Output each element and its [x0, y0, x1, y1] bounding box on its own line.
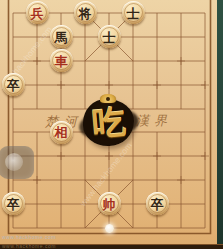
piece-black-卒[interactable]: 卒	[2, 192, 25, 215]
piece-black-士[interactable]: 士	[122, 1, 145, 24]
piece-red-車[interactable]: 車	[50, 49, 73, 72]
xiangqi-game-screen: 楚河 漢界 www.hackhome.com www.hackhome.com …	[0, 0, 223, 249]
piece-red-兵[interactable]: 兵	[26, 1, 49, 24]
watermark-bottom-1: www.hackhome.com	[2, 234, 56, 240]
screen-edge-right	[217, 0, 223, 249]
assistive-touch-button[interactable]	[0, 146, 34, 179]
piece-red-帅[interactable]: 帅	[98, 192, 121, 215]
piece-black-将[interactable]: 将	[74, 1, 97, 24]
piece-black-卒[interactable]: 卒	[2, 73, 25, 96]
assistive-touch-icon	[5, 153, 23, 171]
piece-black-士[interactable]: 士	[98, 25, 121, 48]
piece-black-馬[interactable]: 馬	[50, 25, 73, 48]
xiangqi-board[interactable]: 兵将士馬士車卒相卒帅卒	[1, 1, 217, 240]
piece-red-相[interactable]: 相	[50, 121, 73, 144]
piece-black-卒[interactable]: 卒	[146, 192, 169, 215]
watermark-bottom-2: www.hackhome.com	[2, 243, 56, 249]
